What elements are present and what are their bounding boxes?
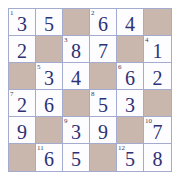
blocked-cell-r4c3	[63, 90, 90, 117]
cell-digit: 6	[44, 146, 54, 169]
clue-number: 6	[118, 63, 122, 71]
clue-number: 1	[10, 9, 14, 17]
grid-cell-r5c4[interactable]: 9	[90, 117, 117, 144]
blocked-cell-r3c4	[90, 63, 117, 90]
blocked-cell-r5c2	[36, 117, 63, 144]
clue-number: 7	[10, 90, 14, 98]
grid-cell-r6c5[interactable]: 125	[117, 144, 144, 171]
cell-digit: 4	[71, 65, 81, 88]
cell-digit: 5	[71, 146, 81, 169]
clue-number: 4	[145, 36, 149, 44]
grid-cell-r4c5[interactable]: 3	[117, 90, 144, 117]
grid-cell-r2c1[interactable]: 2	[9, 36, 36, 63]
grid-cell-r2c4[interactable]: 7	[90, 36, 117, 63]
cell-digit: 7	[153, 119, 163, 142]
cell-digit: 3	[71, 119, 81, 142]
cell-digit: 3	[125, 92, 135, 115]
grid-cell-r6c6[interactable]: 8	[144, 144, 171, 171]
cell-digit: 5	[125, 146, 135, 169]
grid-cell-r6c3[interactable]: 5	[63, 144, 90, 171]
blocked-cell-r3c1	[9, 63, 36, 90]
cell-digit: 8	[71, 38, 81, 61]
blocked-cell-r6c4	[90, 144, 117, 171]
clue-number: 5	[37, 63, 41, 71]
grid-cell-r5c1[interactable]: 9	[9, 117, 36, 144]
grid-cell-r4c1[interactable]: 72	[9, 90, 36, 117]
grid-cell-r2c6[interactable]: 41	[144, 36, 171, 63]
cell-digit: 5	[44, 11, 54, 34]
clue-number: 11	[37, 144, 44, 152]
blocked-cell-r6c1	[9, 144, 36, 171]
grid-cell-r4c2[interactable]: 6	[36, 90, 63, 117]
blocked-cell-r4c6	[144, 90, 171, 117]
grid-cell-r1c2[interactable]: 5	[36, 9, 63, 36]
cell-digit: 7	[98, 38, 108, 61]
cell-digit: 3	[44, 65, 54, 88]
grid-cell-r1c1[interactable]: 13	[9, 9, 36, 36]
blocked-cell-r2c5	[117, 36, 144, 63]
grid-cell-r3c2[interactable]: 53	[36, 63, 63, 90]
cell-digit: 1	[153, 38, 163, 61]
grid-cell-r1c5[interactable]: 4	[117, 9, 144, 36]
blocked-cell-r5c5	[117, 117, 144, 144]
cell-digit: 2	[153, 65, 163, 88]
clue-number: 12	[118, 144, 125, 152]
puzzle-board: 135264238741534662726853993910711651258	[8, 8, 172, 172]
clue-number: 10	[145, 117, 152, 125]
grid-cell-r4c4[interactable]: 85	[90, 90, 117, 117]
grid-cell-r1c4[interactable]: 26	[90, 9, 117, 36]
cell-digit: 9	[17, 119, 27, 142]
clue-number: 9	[64, 117, 68, 125]
cell-digit: 9	[98, 119, 108, 142]
cell-digit: 3	[17, 11, 27, 34]
clue-number: 8	[91, 90, 95, 98]
grid-cell-r5c6[interactable]: 107	[144, 117, 171, 144]
cell-digit: 2	[17, 92, 27, 115]
cell-digit: 6	[44, 92, 54, 115]
grid-cell-r2c3[interactable]: 38	[63, 36, 90, 63]
cell-digit: 6	[98, 11, 108, 34]
grid-cell-r3c6[interactable]: 2	[144, 63, 171, 90]
cell-digit: 5	[98, 92, 108, 115]
cell-digit: 8	[153, 146, 163, 169]
blocked-cell-r2c2	[36, 36, 63, 63]
grid-cell-r3c5[interactable]: 66	[117, 63, 144, 90]
grid-cell-r6c2[interactable]: 116	[36, 144, 63, 171]
blocked-cell-r1c6	[144, 9, 171, 36]
clue-number: 3	[64, 36, 68, 44]
grid-cell-r3c3[interactable]: 4	[63, 63, 90, 90]
grid-cell-r5c3[interactable]: 93	[63, 117, 90, 144]
cell-digit: 2	[17, 38, 27, 61]
cell-digit: 6	[125, 65, 135, 88]
clue-number: 2	[91, 9, 95, 17]
blocked-cell-r1c3	[63, 9, 90, 36]
cell-digit: 4	[125, 11, 135, 34]
